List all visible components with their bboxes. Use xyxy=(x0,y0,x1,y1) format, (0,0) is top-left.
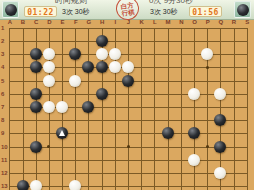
white-stone xyxy=(188,88,200,100)
grid-line xyxy=(9,41,247,42)
grid-line xyxy=(9,173,247,174)
black-stone xyxy=(96,35,108,47)
grid-line xyxy=(234,28,235,190)
white-stone xyxy=(188,154,200,166)
black-stone xyxy=(69,48,81,60)
row-label: 6 xyxy=(0,91,9,97)
white-stone xyxy=(69,75,81,87)
black-stone xyxy=(30,101,42,113)
go-app: ABCDEFGHIJKLMNOPQRS12345678910111213 时间规… xyxy=(0,0,254,190)
grid-line xyxy=(9,28,10,190)
right-timer: 01:56 xyxy=(189,6,222,17)
grid-line xyxy=(23,28,24,190)
white-stone xyxy=(96,48,108,60)
grid-line xyxy=(220,28,221,190)
left-byoyomi-label: 3次 30秒 xyxy=(62,8,90,16)
row-label: 4 xyxy=(0,64,9,70)
white-stone xyxy=(69,180,81,190)
star-point xyxy=(206,145,209,148)
white-stone xyxy=(214,88,226,100)
star-point xyxy=(47,145,50,148)
row-label: 12 xyxy=(0,170,9,176)
grid-line xyxy=(9,160,247,161)
right-player-avatar[interactable] xyxy=(234,1,251,18)
black-stone xyxy=(96,88,108,100)
black-stone xyxy=(30,61,42,73)
white-stone xyxy=(56,101,68,113)
row-label: 10 xyxy=(0,144,9,150)
black-stone xyxy=(17,180,29,190)
last-move-marker xyxy=(59,130,65,136)
left-timer: 01:22 xyxy=(24,6,57,17)
row-label: 1 xyxy=(0,25,9,31)
grid-line xyxy=(9,94,247,95)
grid-line xyxy=(9,28,247,29)
star-point xyxy=(127,145,130,148)
white-stone xyxy=(30,180,42,190)
row-label: 2 xyxy=(0,38,9,44)
row-label: 5 xyxy=(0,78,9,84)
black-stone xyxy=(30,141,42,153)
right-byoyomi-label: 3次 30秒 xyxy=(150,8,178,16)
black-stone xyxy=(30,48,42,60)
black-stone xyxy=(188,127,200,139)
grid-line xyxy=(141,28,142,190)
black-stone xyxy=(214,114,226,126)
row-label: 3 xyxy=(0,51,9,57)
go-board[interactable]: ABCDEFGHIJKLMNOPQRS12345678910111213 xyxy=(0,19,254,190)
grid-line xyxy=(128,28,129,190)
row-label: 11 xyxy=(0,157,9,163)
grid-line xyxy=(168,28,169,190)
grid-line xyxy=(9,133,247,134)
black-stone-icon xyxy=(237,4,249,16)
black-stone xyxy=(96,61,108,73)
grid-line xyxy=(181,28,182,190)
black-stone xyxy=(30,88,42,100)
row-label: 8 xyxy=(0,117,9,123)
white-stone xyxy=(214,167,226,179)
white-stone xyxy=(43,61,55,73)
black-stone xyxy=(214,141,226,153)
star-point xyxy=(206,66,209,69)
left-player-avatar[interactable] xyxy=(2,1,19,18)
time-rule-label: 时间规则 xyxy=(55,0,87,5)
black-stone xyxy=(162,127,174,139)
white-stone xyxy=(201,48,213,60)
time-remaining-label: 0次 9分30秒 xyxy=(149,0,193,5)
grid-line xyxy=(247,28,248,190)
white-stone xyxy=(109,61,121,73)
white-stone xyxy=(43,48,55,60)
white-stone xyxy=(43,101,55,113)
row-label: 7 xyxy=(0,104,9,110)
grid-line xyxy=(154,28,155,190)
white-stone xyxy=(43,75,55,87)
black-stone xyxy=(82,61,94,73)
row-label: 9 xyxy=(0,130,9,136)
grid-line xyxy=(9,186,247,187)
grid-line xyxy=(9,120,247,121)
black-stone xyxy=(82,101,94,113)
black-stone xyxy=(122,75,134,87)
white-stone xyxy=(122,61,134,73)
row-label: 13 xyxy=(0,183,9,189)
black-stone-icon xyxy=(5,4,17,16)
white-stone xyxy=(109,48,121,60)
